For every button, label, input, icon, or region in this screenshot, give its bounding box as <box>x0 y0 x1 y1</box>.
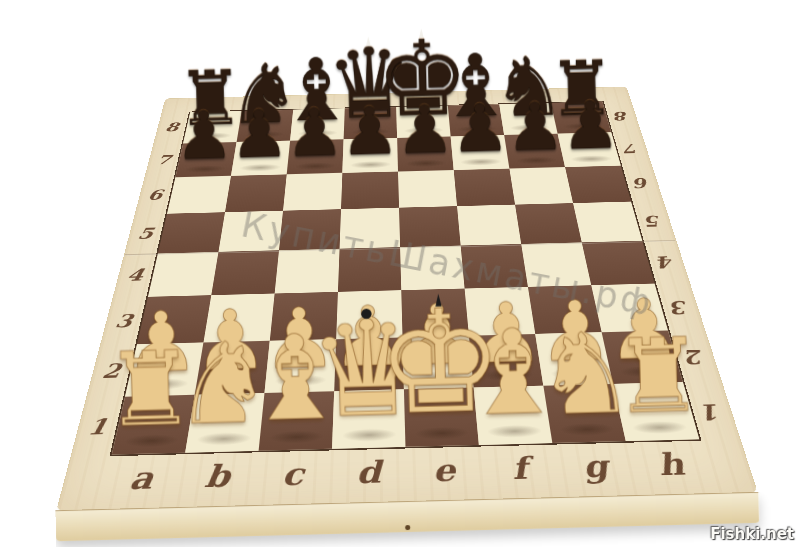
square-a6[interactable] <box>167 176 231 214</box>
square-a7[interactable]: ♟ <box>175 142 236 177</box>
black-pawn-d7[interactable]: ♟ <box>339 98 400 165</box>
square-c7[interactable]: ♟ <box>287 139 344 174</box>
black-finial-tip <box>434 293 443 306</box>
file-label-e: e <box>406 447 485 501</box>
square-b7[interactable]: ♟ <box>231 141 290 176</box>
black-pawn-e7[interactable]: ♟ <box>394 97 455 164</box>
black-pawn-b7[interactable]: ♟ <box>229 101 290 168</box>
square-g6[interactable] <box>509 167 573 205</box>
file-label-g: g <box>554 443 640 497</box>
white-finial-tip <box>418 28 424 38</box>
file-label-a: a <box>97 454 183 509</box>
square-h7[interactable]: ♟ <box>558 132 621 167</box>
white-finial-tip <box>365 37 371 47</box>
square-g7[interactable]: ♟ <box>504 134 565 169</box>
file-label-f: f <box>480 445 562 499</box>
file-label-h: h <box>628 441 717 495</box>
square-a5[interactable] <box>158 212 225 253</box>
square-e6[interactable] <box>398 170 457 208</box>
square-a4[interactable] <box>148 252 218 297</box>
square-d6[interactable] <box>341 171 399 209</box>
square-f5[interactable] <box>457 205 521 246</box>
file-label-c: c <box>252 450 331 505</box>
square-h6[interactable] <box>565 166 631 204</box>
square-h5[interactable] <box>573 202 642 243</box>
black-pawn-a7[interactable]: ♟ <box>173 102 234 169</box>
black-pawn-g7[interactable]: ♟ <box>505 94 566 161</box>
clasp-nail <box>405 525 410 530</box>
square-f7[interactable]: ♟ <box>451 135 510 170</box>
site-credit-watermark: Fishki.net <box>710 525 794 543</box>
black-pawn-c7[interactable]: ♟ <box>284 99 345 166</box>
square-e7[interactable]: ♟ <box>397 137 454 172</box>
square-c6[interactable] <box>283 173 342 211</box>
square-f6[interactable] <box>454 168 515 206</box>
file-label-b: b <box>175 452 258 507</box>
square-b4[interactable] <box>211 250 279 295</box>
file-label-d: d <box>330 448 407 503</box>
square-d7[interactable]: ♟ <box>342 138 398 173</box>
chess-set-photo: 87654321 87654321 ♜♞♝♛♚♝♞♜♟♟♟♟♟♟♟♟♟♟♟♟♟♟… <box>0 0 800 547</box>
square-g5[interactable] <box>515 203 582 244</box>
black-pawn-f7[interactable]: ♟ <box>449 95 510 162</box>
black-finial-tip <box>360 309 371 320</box>
